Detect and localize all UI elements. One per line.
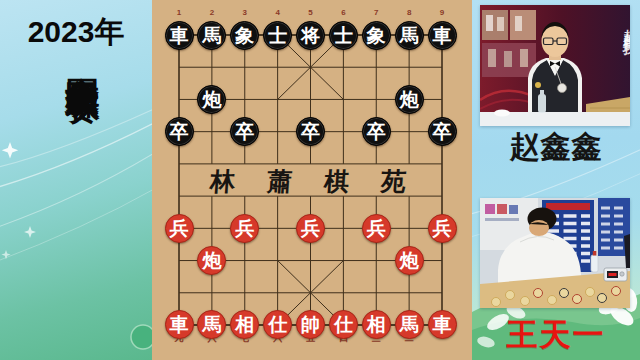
event-title-panel: 2023年 全国象棋甲级联赛 [0,0,152,360]
piece-red-f3r7[interactable]: 兵 [230,214,259,243]
player-photo-zhao: 超越自我 [480,5,630,126]
event-title: 全国象棋甲级联赛 [64,50,102,350]
piece-black-f7r4[interactable]: 卒 [362,117,391,146]
file-label-top-6: 6 [336,8,350,17]
piece-black-f3r1[interactable]: 象 [230,21,259,50]
player-name-zhao: 赵鑫鑫 [472,127,640,168]
piece-red-f5r7[interactable]: 兵 [296,214,325,243]
piece-black-f5r1[interactable]: 将 [296,21,325,50]
piece-black-f1r1[interactable]: 車 [165,21,194,50]
player-name-wang: 王天一 [472,314,640,356]
piece-black-f4r1[interactable]: 士 [263,21,292,50]
file-label-top-7: 7 [369,8,383,17]
board-grid [152,0,472,360]
piece-red-f8r10[interactable]: 馬 [395,310,424,339]
file-label-top-1: 1 [172,8,186,17]
broadcast-frame: 2023年 全国象棋甲级联赛 林蕭棋苑 123456789九八七六五四三二一 車… [0,0,640,360]
file-label-top-3: 3 [238,8,252,17]
piece-red-f9r10[interactable]: 車 [428,310,457,339]
banner-text-marks [485,204,519,221]
file-label-top-2: 2 [205,8,219,17]
piece-black-f8r3[interactable]: 炮 [395,85,424,114]
water-bottle [591,255,598,272]
file-label-top-9: 9 [435,8,449,17]
chess-clock-icon [604,268,627,281]
backdrop-calligraphy: 超越自我 [621,19,630,36]
piece-black-f7r1[interactable]: 象 [362,21,391,50]
file-label-top-8: 8 [402,8,416,17]
piece-black-f8r1[interactable]: 馬 [395,21,424,50]
sparkle-icon [1,142,36,259]
piece-red-f1r10[interactable]: 車 [165,310,194,339]
piece-black-f5r4[interactable]: 卒 [296,117,325,146]
bubble-decor [131,325,152,349]
piece-red-f7r7[interactable]: 兵 [362,214,391,243]
player-photo-wang [480,198,630,308]
event-year: 2023年 [0,12,152,53]
piece-black-f6r1[interactable]: 士 [329,21,358,50]
xiangqi-board: 林蕭棋苑 123456789九八七六五四三二一 車馬象士将士象馬車炮炮卒卒卒卒卒… [152,0,472,360]
file-label-top-5: 5 [304,8,318,17]
file-label-top-4: 4 [271,8,285,17]
players-panel: 超越自我 赵鑫鑫 [472,0,640,360]
piece-black-f9r4[interactable]: 卒 [428,117,457,146]
piece-black-f9r1[interactable]: 車 [428,21,457,50]
piece-black-f2r1[interactable]: 馬 [197,21,226,50]
piece-red-f9r7[interactable]: 兵 [428,214,457,243]
piece-red-f8r8[interactable]: 炮 [395,246,424,275]
piece-red-f1r7[interactable]: 兵 [165,214,194,243]
piece-black-f1r4[interactable]: 卒 [165,117,194,146]
